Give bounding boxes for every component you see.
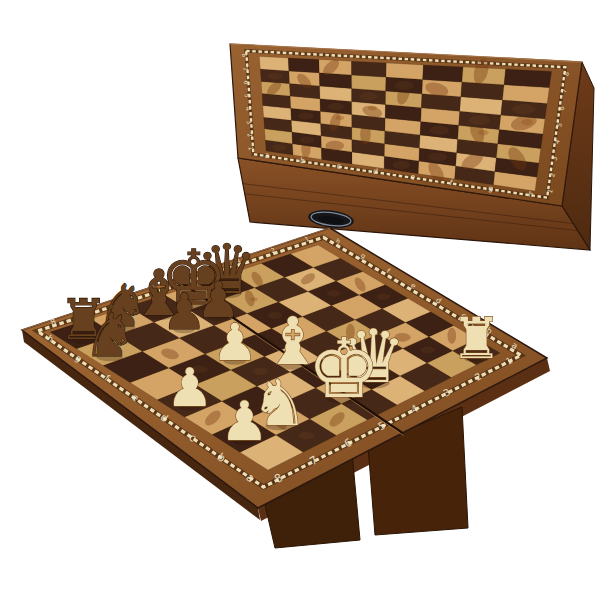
burl-grain: [521, 119, 533, 125]
box-square-d7[interactable]: [352, 75, 386, 91]
burl-grain: [428, 153, 447, 162]
box-square-d8[interactable]: [352, 61, 387, 77]
burl-grain: [368, 106, 377, 111]
piece-light-pawn-b8[interactable]: ♟: [220, 389, 269, 453]
box-square-c7[interactable]: [319, 73, 351, 89]
burl-grain: [360, 92, 378, 100]
burl-grain: [298, 112, 313, 119]
box-square-e8[interactable]: [386, 63, 423, 80]
burl-grain: [325, 141, 344, 151]
burl-grain: [377, 294, 391, 300]
burl-grain: [478, 130, 489, 136]
burl-grain: [469, 115, 490, 125]
box-square-f8[interactable]: [423, 65, 463, 82]
burl-grain: [327, 290, 341, 296]
burl-grain: [392, 161, 410, 169]
box-square-h8[interactable]: [504, 69, 551, 88]
chess-set-scene: abcdefgh1234567812345678hgfedcbahgfedcba…: [0, 0, 600, 600]
piece-light-rook-a1[interactable]: ♜: [451, 305, 502, 371]
piece-light-king-b5[interactable]: ♚: [307, 321, 380, 416]
burl-grain: [421, 347, 435, 354]
burl-grain: [267, 73, 282, 80]
product-photo: abcdefgh1234567812345678hgfedcbahgfedcba…: [0, 0, 600, 600]
piece-dark-pawn-g6[interactable]: ♟: [162, 283, 207, 341]
burl-grain: [336, 115, 344, 119]
burl-grain: [328, 103, 345, 111]
box-square-h7[interactable]: [503, 85, 550, 104]
box-square-b8[interactable]: [288, 58, 319, 73]
box-square-a8[interactable]: [259, 57, 289, 71]
burl-grain: [299, 136, 314, 143]
piece-dark-knight-g8[interactable]: ♞: [83, 300, 137, 370]
box-square-g7[interactable]: [461, 82, 504, 100]
piece-light-pawn-d8[interactable]: ♟: [166, 357, 214, 418]
piece-light-pawn-e6[interactable]: ♟: [212, 313, 258, 372]
burl-grain: [272, 144, 286, 151]
closed-box: abcdefgh1234567812345678: [230, 44, 594, 250]
burl-grain: [394, 81, 413, 90]
burl-grain: [429, 126, 449, 135]
burl-grain: [512, 104, 535, 115]
